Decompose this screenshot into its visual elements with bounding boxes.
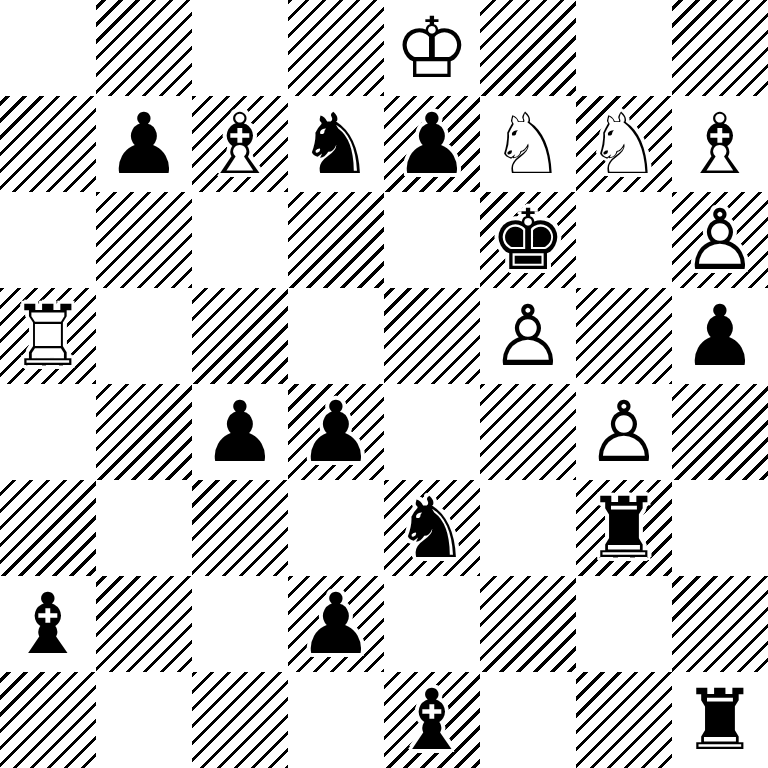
square-c4[interactable]: ♟♟ xyxy=(192,384,288,480)
square-h6[interactable]: ♟♙ xyxy=(672,192,768,288)
square-d2[interactable]: ♟♟ xyxy=(288,576,384,672)
square-e1[interactable]: ♝♝ xyxy=(384,672,480,768)
square-a1[interactable] xyxy=(0,672,96,768)
square-f5[interactable]: ♟♙ xyxy=(480,288,576,384)
piece-glyph: ♟ xyxy=(298,384,373,480)
piece-white-rook[interactable]: ♜♖ xyxy=(0,288,96,384)
square-g5[interactable] xyxy=(576,288,672,384)
piece-black-rook[interactable]: ♜♜ xyxy=(576,480,672,576)
square-h5[interactable]: ♟♟ xyxy=(672,288,768,384)
piece-black-rook[interactable]: ♜♜ xyxy=(672,672,768,768)
piece-black-bishop[interactable]: ♝♝ xyxy=(0,576,96,672)
square-d6[interactable] xyxy=(288,192,384,288)
piece-black-bishop[interactable]: ♝♝ xyxy=(384,672,480,768)
piece-glyph: ♘ xyxy=(490,96,565,192)
square-a3[interactable] xyxy=(0,480,96,576)
square-g1[interactable] xyxy=(576,672,672,768)
square-d4[interactable]: ♟♟ xyxy=(288,384,384,480)
square-e8[interactable]: ♚♔ xyxy=(384,0,480,96)
square-d8[interactable] xyxy=(288,0,384,96)
square-d5[interactable] xyxy=(288,288,384,384)
piece-glyph: ♖ xyxy=(10,288,85,384)
square-b8[interactable] xyxy=(96,0,192,96)
piece-glyph: ♟ xyxy=(682,288,757,384)
square-h4[interactable] xyxy=(672,384,768,480)
piece-glyph: ♜ xyxy=(586,480,661,576)
square-g3[interactable]: ♜♜ xyxy=(576,480,672,576)
square-b5[interactable] xyxy=(96,288,192,384)
square-a7[interactable] xyxy=(0,96,96,192)
square-c3[interactable] xyxy=(192,480,288,576)
piece-glyph: ♝ xyxy=(10,576,85,672)
square-f1[interactable] xyxy=(480,672,576,768)
square-b6[interactable] xyxy=(96,192,192,288)
piece-black-pawn[interactable]: ♟♟ xyxy=(672,288,768,384)
square-a6[interactable] xyxy=(0,192,96,288)
square-b7[interactable]: ♟♟ xyxy=(96,96,192,192)
piece-glyph: ♟ xyxy=(394,96,469,192)
piece-black-pawn[interactable]: ♟♟ xyxy=(96,96,192,192)
piece-black-knight[interactable]: ♞♞ xyxy=(384,480,480,576)
piece-glyph: ♟ xyxy=(106,96,181,192)
piece-white-pawn[interactable]: ♟♙ xyxy=(480,288,576,384)
square-a4[interactable] xyxy=(0,384,96,480)
piece-glyph: ♚ xyxy=(490,192,565,288)
piece-glyph: ♗ xyxy=(202,96,277,192)
square-f2[interactable] xyxy=(480,576,576,672)
piece-glyph: ♗ xyxy=(682,96,757,192)
piece-glyph: ♘ xyxy=(586,96,661,192)
square-d3[interactable] xyxy=(288,480,384,576)
square-f3[interactable] xyxy=(480,480,576,576)
square-c2[interactable] xyxy=(192,576,288,672)
piece-black-pawn[interactable]: ♟♟ xyxy=(192,384,288,480)
piece-glyph: ♔ xyxy=(394,0,469,96)
square-a2[interactable]: ♝♝ xyxy=(0,576,96,672)
piece-white-knight[interactable]: ♞♘ xyxy=(576,96,672,192)
square-h1[interactable]: ♜♜ xyxy=(672,672,768,768)
square-g8[interactable] xyxy=(576,0,672,96)
piece-glyph: ♜ xyxy=(682,672,757,768)
chess-board: ♚♔♟♟♝♗♞♞♟♟♞♘♞♘♝♗♚♚♟♙♜♖♟♙♟♟♟♟♟♟♟♙♞♞♜♜♝♝♟♟… xyxy=(0,0,768,768)
square-d1[interactable] xyxy=(288,672,384,768)
piece-black-knight[interactable]: ♞♞ xyxy=(288,96,384,192)
piece-glyph: ♙ xyxy=(586,384,661,480)
square-c7[interactable]: ♝♗ xyxy=(192,96,288,192)
square-e4[interactable] xyxy=(384,384,480,480)
piece-glyph: ♞ xyxy=(298,96,373,192)
piece-white-king[interactable]: ♚♔ xyxy=(384,0,480,96)
piece-black-king[interactable]: ♚♚ xyxy=(480,192,576,288)
piece-white-bishop[interactable]: ♝♗ xyxy=(192,96,288,192)
square-c8[interactable] xyxy=(192,0,288,96)
square-h3[interactable] xyxy=(672,480,768,576)
square-e2[interactable] xyxy=(384,576,480,672)
square-e6[interactable] xyxy=(384,192,480,288)
piece-white-bishop[interactable]: ♝♗ xyxy=(672,96,768,192)
square-b1[interactable] xyxy=(96,672,192,768)
square-h7[interactable]: ♝♗ xyxy=(672,96,768,192)
square-c1[interactable] xyxy=(192,672,288,768)
square-f6[interactable]: ♚♚ xyxy=(480,192,576,288)
piece-glyph: ♞ xyxy=(394,480,469,576)
square-e3[interactable]: ♞♞ xyxy=(384,480,480,576)
square-d7[interactable]: ♞♞ xyxy=(288,96,384,192)
piece-black-pawn[interactable]: ♟♟ xyxy=(384,96,480,192)
square-c6[interactable] xyxy=(192,192,288,288)
square-e5[interactable] xyxy=(384,288,480,384)
square-b2[interactable] xyxy=(96,576,192,672)
square-c5[interactable] xyxy=(192,288,288,384)
piece-white-knight[interactable]: ♞♘ xyxy=(480,96,576,192)
square-f8[interactable] xyxy=(480,0,576,96)
piece-glyph: ♟ xyxy=(298,576,373,672)
piece-white-pawn[interactable]: ♟♙ xyxy=(576,384,672,480)
piece-black-pawn[interactable]: ♟♟ xyxy=(288,384,384,480)
square-h8[interactable] xyxy=(672,0,768,96)
piece-glyph: ♟ xyxy=(202,384,277,480)
square-g6[interactable] xyxy=(576,192,672,288)
square-a8[interactable] xyxy=(0,0,96,96)
piece-glyph: ♙ xyxy=(682,192,757,288)
square-h2[interactable] xyxy=(672,576,768,672)
square-b3[interactable] xyxy=(96,480,192,576)
piece-glyph: ♝ xyxy=(394,672,469,768)
piece-black-pawn[interactable]: ♟♟ xyxy=(288,576,384,672)
square-b4[interactable] xyxy=(96,384,192,480)
square-g7[interactable]: ♞♘ xyxy=(576,96,672,192)
piece-white-pawn[interactable]: ♟♙ xyxy=(672,192,768,288)
square-f7[interactable]: ♞♘ xyxy=(480,96,576,192)
square-f4[interactable] xyxy=(480,384,576,480)
square-a5[interactable]: ♜♖ xyxy=(0,288,96,384)
square-g2[interactable] xyxy=(576,576,672,672)
square-e7[interactable]: ♟♟ xyxy=(384,96,480,192)
square-g4[interactable]: ♟♙ xyxy=(576,384,672,480)
piece-glyph: ♙ xyxy=(490,288,565,384)
